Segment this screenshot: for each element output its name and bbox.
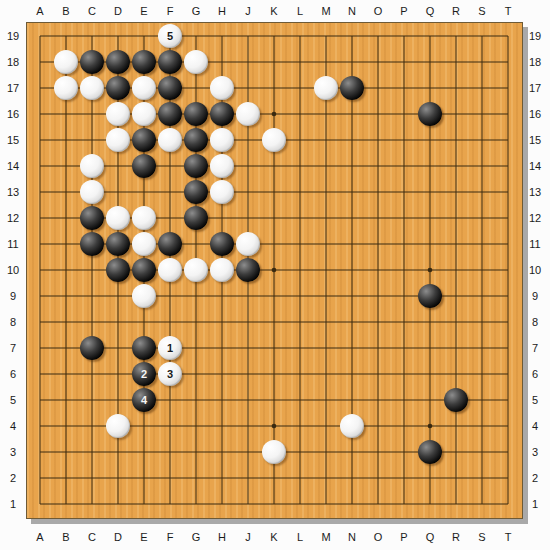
- board-cell[interactable]: [443, 413, 469, 439]
- board-cell[interactable]: [313, 23, 339, 49]
- board-cell[interactable]: [53, 465, 79, 491]
- board-cell[interactable]: [53, 283, 79, 309]
- board-cell[interactable]: [469, 231, 495, 257]
- board-cell[interactable]: [105, 439, 131, 465]
- board-cell[interactable]: [79, 257, 105, 283]
- board-cell[interactable]: [469, 205, 495, 231]
- board-cell[interactable]: [417, 23, 443, 49]
- board-cell[interactable]: [391, 75, 417, 101]
- board-cell[interactable]: [157, 439, 183, 465]
- board-cell[interactable]: [209, 491, 235, 517]
- board-cell[interactable]: [391, 413, 417, 439]
- board-cell[interactable]: [469, 335, 495, 361]
- board-cell[interactable]: [339, 23, 365, 49]
- board-cell[interactable]: [53, 23, 79, 49]
- board-cell[interactable]: [339, 153, 365, 179]
- board-cell[interactable]: [209, 23, 235, 49]
- board-cell[interactable]: [443, 335, 469, 361]
- board-cell[interactable]: [105, 387, 131, 413]
- board-cell[interactable]: [53, 309, 79, 335]
- board-cell[interactable]: [469, 413, 495, 439]
- board-cell[interactable]: [105, 491, 131, 517]
- board-cell[interactable]: [235, 75, 261, 101]
- board-cell[interactable]: [79, 179, 105, 205]
- board-cell[interactable]: [157, 257, 183, 283]
- board-cell[interactable]: [261, 309, 287, 335]
- board-cell[interactable]: [287, 127, 313, 153]
- board-cell[interactable]: [105, 101, 131, 127]
- board-cell[interactable]: [339, 75, 365, 101]
- board-cell[interactable]: [261, 127, 287, 153]
- board-cell[interactable]: [131, 439, 157, 465]
- board-cell[interactable]: [391, 101, 417, 127]
- board-cell[interactable]: [495, 231, 521, 257]
- board-cell[interactable]: [131, 413, 157, 439]
- board-cell[interactable]: [157, 309, 183, 335]
- board-cell[interactable]: [183, 23, 209, 49]
- board-cell[interactable]: [417, 439, 443, 465]
- board-cell[interactable]: [495, 205, 521, 231]
- board-cell[interactable]: [235, 179, 261, 205]
- board-cell[interactable]: [365, 127, 391, 153]
- board-cell[interactable]: [79, 439, 105, 465]
- board-cell[interactable]: [261, 387, 287, 413]
- board-cell[interactable]: [27, 309, 53, 335]
- board-cell[interactable]: [443, 257, 469, 283]
- board-cell[interactable]: [209, 413, 235, 439]
- board-cell[interactable]: [53, 361, 79, 387]
- board-cell[interactable]: [79, 127, 105, 153]
- board-cell[interactable]: [417, 75, 443, 101]
- board-cell[interactable]: [261, 153, 287, 179]
- board-cell[interactable]: [339, 205, 365, 231]
- board-cell[interactable]: [27, 179, 53, 205]
- board-cell[interactable]: [157, 387, 183, 413]
- board-cell[interactable]: [417, 335, 443, 361]
- board-cell[interactable]: [469, 127, 495, 153]
- board-cell[interactable]: [313, 465, 339, 491]
- board-cell[interactable]: [417, 101, 443, 127]
- board-cell[interactable]: [495, 439, 521, 465]
- board-cell[interactable]: [391, 309, 417, 335]
- board-cell[interactable]: [391, 387, 417, 413]
- board-cell[interactable]: [495, 127, 521, 153]
- board-cell[interactable]: [313, 309, 339, 335]
- board-cell[interactable]: [235, 153, 261, 179]
- board-cell[interactable]: [105, 49, 131, 75]
- board-cell[interactable]: [443, 309, 469, 335]
- board-cell[interactable]: [443, 179, 469, 205]
- board-cell[interactable]: [235, 413, 261, 439]
- board-cell[interactable]: [469, 101, 495, 127]
- board-cell[interactable]: [183, 257, 209, 283]
- board-cell[interactable]: [495, 153, 521, 179]
- board-cell[interactable]: [443, 361, 469, 387]
- board-cell[interactable]: [105, 257, 131, 283]
- board-cell[interactable]: [79, 491, 105, 517]
- board-cell[interactable]: [365, 335, 391, 361]
- board-cell[interactable]: [209, 283, 235, 309]
- board-cell[interactable]: [417, 491, 443, 517]
- board-cell[interactable]: [469, 153, 495, 179]
- board-cell[interactable]: [183, 231, 209, 257]
- board-cell[interactable]: [105, 309, 131, 335]
- board-cell[interactable]: [131, 49, 157, 75]
- board-cell[interactable]: [365, 309, 391, 335]
- board-cell[interactable]: [53, 49, 79, 75]
- board-cell[interactable]: [495, 309, 521, 335]
- board-cell[interactable]: [157, 153, 183, 179]
- board-cell[interactable]: [469, 309, 495, 335]
- board-cell[interactable]: [469, 387, 495, 413]
- board-cell[interactable]: [339, 465, 365, 491]
- board-cell[interactable]: 5: [157, 23, 183, 49]
- board-cell[interactable]: [339, 127, 365, 153]
- board-cell[interactable]: [417, 387, 443, 413]
- board-cell[interactable]: [443, 205, 469, 231]
- board-cell[interactable]: [157, 75, 183, 101]
- board-cell[interactable]: [261, 205, 287, 231]
- board-cell[interactable]: [183, 335, 209, 361]
- board-cell[interactable]: [287, 23, 313, 49]
- board-cell[interactable]: [157, 231, 183, 257]
- board-cell[interactable]: [79, 465, 105, 491]
- board-cell[interactable]: [365, 257, 391, 283]
- board-cell[interactable]: [53, 335, 79, 361]
- board-cell[interactable]: [209, 361, 235, 387]
- board-cell[interactable]: [105, 283, 131, 309]
- board-cell[interactable]: [313, 179, 339, 205]
- board-cell[interactable]: [339, 387, 365, 413]
- board-cell[interactable]: [53, 231, 79, 257]
- board-cell[interactable]: [79, 101, 105, 127]
- board-cell[interactable]: [495, 101, 521, 127]
- board-cell[interactable]: [391, 49, 417, 75]
- board-cell[interactable]: [131, 283, 157, 309]
- board-cell[interactable]: [469, 49, 495, 75]
- board-cell[interactable]: [79, 153, 105, 179]
- board-cell[interactable]: [79, 231, 105, 257]
- board-cell[interactable]: [105, 23, 131, 49]
- board-cell[interactable]: [27, 387, 53, 413]
- board-cell[interactable]: [235, 283, 261, 309]
- board-cell[interactable]: [53, 439, 79, 465]
- board-cell[interactable]: [53, 257, 79, 283]
- board-cell[interactable]: [183, 309, 209, 335]
- board-cell[interactable]: [235, 439, 261, 465]
- board-cell[interactable]: [261, 413, 287, 439]
- board-cell[interactable]: [417, 465, 443, 491]
- board-cell[interactable]: [79, 75, 105, 101]
- board-cell[interactable]: [313, 231, 339, 257]
- board-cell[interactable]: [365, 465, 391, 491]
- board-cell[interactable]: [287, 439, 313, 465]
- board-cell[interactable]: [495, 179, 521, 205]
- board-cell[interactable]: [365, 23, 391, 49]
- board-cell[interactable]: [131, 465, 157, 491]
- board-cell[interactable]: [261, 283, 287, 309]
- board-cell[interactable]: [365, 179, 391, 205]
- board-cell[interactable]: [157, 465, 183, 491]
- board-cell[interactable]: [365, 283, 391, 309]
- board-cell[interactable]: [417, 179, 443, 205]
- board-cell[interactable]: [235, 205, 261, 231]
- board-cell[interactable]: [287, 413, 313, 439]
- board-cell[interactable]: [27, 231, 53, 257]
- board-cell[interactable]: [209, 231, 235, 257]
- board-cell[interactable]: [79, 335, 105, 361]
- board-cell[interactable]: [391, 205, 417, 231]
- board-cell[interactable]: [365, 413, 391, 439]
- board-cell[interactable]: [287, 361, 313, 387]
- board-cell[interactable]: [261, 361, 287, 387]
- board-cell[interactable]: [339, 283, 365, 309]
- board-cell[interactable]: [443, 465, 469, 491]
- board-cell[interactable]: [209, 335, 235, 361]
- board-cell[interactable]: [469, 283, 495, 309]
- board-cell[interactable]: [339, 309, 365, 335]
- board-cell[interactable]: [53, 179, 79, 205]
- board-cell[interactable]: [495, 465, 521, 491]
- board-cell[interactable]: [313, 491, 339, 517]
- board-cell[interactable]: [261, 335, 287, 361]
- board-cell[interactable]: [209, 205, 235, 231]
- board-cell[interactable]: [287, 179, 313, 205]
- board-cell[interactable]: [339, 179, 365, 205]
- board-cell[interactable]: [391, 361, 417, 387]
- board-cell[interactable]: [235, 101, 261, 127]
- board-cell[interactable]: [183, 361, 209, 387]
- board-cell[interactable]: [157, 179, 183, 205]
- board-cell[interactable]: [157, 491, 183, 517]
- board-cell[interactable]: [183, 101, 209, 127]
- board-cell[interactable]: [53, 387, 79, 413]
- board-cell[interactable]: [235, 361, 261, 387]
- board-cell[interactable]: [105, 205, 131, 231]
- board-cell[interactable]: [469, 491, 495, 517]
- board-cell[interactable]: [131, 335, 157, 361]
- board-cell[interactable]: [183, 465, 209, 491]
- board-cell[interactable]: [287, 205, 313, 231]
- board-cell[interactable]: [27, 335, 53, 361]
- board-cell[interactable]: [469, 179, 495, 205]
- board-cell[interactable]: [235, 127, 261, 153]
- board-cell[interactable]: [443, 491, 469, 517]
- board-cell[interactable]: [313, 335, 339, 361]
- board-cell[interactable]: [261, 49, 287, 75]
- board-cell[interactable]: [339, 231, 365, 257]
- board-cell[interactable]: [339, 413, 365, 439]
- board-cell[interactable]: [131, 231, 157, 257]
- board-cell[interactable]: [105, 179, 131, 205]
- board-cell[interactable]: [287, 257, 313, 283]
- board-cell[interactable]: [443, 439, 469, 465]
- board-cell[interactable]: [53, 413, 79, 439]
- board-cell[interactable]: [313, 413, 339, 439]
- board-cell[interactable]: [235, 491, 261, 517]
- board-cell[interactable]: [391, 257, 417, 283]
- board-cell[interactable]: [287, 465, 313, 491]
- board-cell[interactable]: [469, 361, 495, 387]
- board-cell[interactable]: [27, 49, 53, 75]
- board-cell[interactable]: [417, 49, 443, 75]
- board-cell[interactable]: [235, 23, 261, 49]
- board-cell[interactable]: [261, 231, 287, 257]
- board-cell[interactable]: 1: [157, 335, 183, 361]
- board-cell[interactable]: [209, 127, 235, 153]
- board-cell[interactable]: [157, 101, 183, 127]
- board-cell[interactable]: [391, 283, 417, 309]
- board-cell[interactable]: [131, 309, 157, 335]
- board-cell[interactable]: [131, 23, 157, 49]
- board-cell[interactable]: [235, 231, 261, 257]
- board-cell[interactable]: [365, 49, 391, 75]
- board-cell[interactable]: [261, 23, 287, 49]
- board-cell[interactable]: [495, 361, 521, 387]
- board-cell[interactable]: [339, 439, 365, 465]
- board-cell[interactable]: [79, 309, 105, 335]
- board-cell[interactable]: [131, 75, 157, 101]
- board-cell[interactable]: [79, 283, 105, 309]
- board-cell[interactable]: [79, 413, 105, 439]
- board-cell[interactable]: [495, 49, 521, 75]
- board-cell[interactable]: [27, 153, 53, 179]
- board-cell[interactable]: [443, 127, 469, 153]
- board-cell[interactable]: [209, 153, 235, 179]
- board-cell[interactable]: [53, 75, 79, 101]
- board-cell[interactable]: [443, 231, 469, 257]
- board-cell[interactable]: [183, 49, 209, 75]
- board-cell[interactable]: [27, 205, 53, 231]
- board-cell[interactable]: [105, 153, 131, 179]
- board-cell[interactable]: [391, 127, 417, 153]
- board-cell[interactable]: [209, 257, 235, 283]
- board-cell[interactable]: [417, 231, 443, 257]
- board-cell[interactable]: [313, 257, 339, 283]
- board-cell[interactable]: [235, 49, 261, 75]
- board-cell[interactable]: [209, 49, 235, 75]
- board-cell[interactable]: [157, 127, 183, 153]
- board-cell[interactable]: [287, 491, 313, 517]
- board-cell[interactable]: [209, 309, 235, 335]
- board-cell[interactable]: [313, 387, 339, 413]
- board-cell[interactable]: [443, 23, 469, 49]
- board-cell[interactable]: [183, 491, 209, 517]
- board-cell[interactable]: [79, 387, 105, 413]
- board-cell[interactable]: [287, 231, 313, 257]
- board-cell[interactable]: [469, 465, 495, 491]
- board-cell[interactable]: [417, 309, 443, 335]
- board-cell[interactable]: [157, 413, 183, 439]
- board-cell[interactable]: [235, 387, 261, 413]
- board-cell[interactable]: [469, 75, 495, 101]
- board-cell[interactable]: [183, 127, 209, 153]
- board-cell[interactable]: [27, 101, 53, 127]
- board-cell[interactable]: [209, 75, 235, 101]
- board-cell[interactable]: 4: [131, 387, 157, 413]
- board-cell[interactable]: [443, 101, 469, 127]
- board-cell[interactable]: [443, 49, 469, 75]
- board-cell[interactable]: [313, 101, 339, 127]
- board-cell[interactable]: [287, 49, 313, 75]
- board-cell[interactable]: [391, 23, 417, 49]
- board-cell[interactable]: [27, 283, 53, 309]
- board-cell[interactable]: [287, 309, 313, 335]
- board-cell[interactable]: [365, 101, 391, 127]
- board-cell[interactable]: [157, 283, 183, 309]
- board-cell[interactable]: [235, 465, 261, 491]
- board-cell[interactable]: [443, 153, 469, 179]
- board-cell[interactable]: [261, 101, 287, 127]
- board-cell[interactable]: [495, 387, 521, 413]
- board-cell[interactable]: [313, 75, 339, 101]
- board-cell[interactable]: [287, 335, 313, 361]
- board-cell[interactable]: [313, 153, 339, 179]
- board-cell[interactable]: [495, 75, 521, 101]
- board-cell[interactable]: [105, 335, 131, 361]
- board-cell[interactable]: [391, 491, 417, 517]
- board-cell[interactable]: [27, 127, 53, 153]
- board-cell[interactable]: [365, 361, 391, 387]
- board-cell[interactable]: [235, 257, 261, 283]
- board-cell[interactable]: [183, 75, 209, 101]
- board-cell[interactable]: [157, 205, 183, 231]
- board-cell[interactable]: [391, 179, 417, 205]
- board-cell[interactable]: [417, 413, 443, 439]
- board-cell[interactable]: [131, 257, 157, 283]
- board-cell[interactable]: [131, 179, 157, 205]
- board-cell[interactable]: [391, 335, 417, 361]
- board-cell[interactable]: [391, 439, 417, 465]
- board-cell[interactable]: [339, 335, 365, 361]
- board-cell[interactable]: [131, 205, 157, 231]
- board-cell[interactable]: [131, 127, 157, 153]
- board-cell[interactable]: [339, 49, 365, 75]
- board-cell[interactable]: [339, 101, 365, 127]
- board-cell[interactable]: [287, 101, 313, 127]
- board-cell[interactable]: [313, 283, 339, 309]
- board-cell[interactable]: [105, 127, 131, 153]
- board-cell[interactable]: [443, 283, 469, 309]
- board-cell[interactable]: [157, 49, 183, 75]
- board-cell[interactable]: 2: [131, 361, 157, 387]
- board-cell[interactable]: [209, 179, 235, 205]
- board-cell[interactable]: [105, 413, 131, 439]
- board-cell[interactable]: [495, 283, 521, 309]
- board-cell[interactable]: [183, 439, 209, 465]
- board-cell[interactable]: [27, 491, 53, 517]
- board-cell[interactable]: [495, 491, 521, 517]
- board-cell[interactable]: [261, 439, 287, 465]
- board-cell[interactable]: [79, 23, 105, 49]
- board-cell[interactable]: [443, 387, 469, 413]
- board-cell[interactable]: 3: [157, 361, 183, 387]
- board-cell[interactable]: [53, 205, 79, 231]
- board-cell[interactable]: [79, 361, 105, 387]
- board-cell[interactable]: [365, 153, 391, 179]
- board-cell[interactable]: [27, 361, 53, 387]
- board-cell[interactable]: [209, 439, 235, 465]
- board-cell[interactable]: [339, 257, 365, 283]
- board-cell[interactable]: [105, 361, 131, 387]
- board-cell[interactable]: [183, 205, 209, 231]
- board-cell[interactable]: [339, 491, 365, 517]
- board-cell[interactable]: [313, 361, 339, 387]
- board-cell[interactable]: [209, 465, 235, 491]
- board-cell[interactable]: [495, 23, 521, 49]
- board-cell[interactable]: [469, 439, 495, 465]
- board-cell[interactable]: [417, 361, 443, 387]
